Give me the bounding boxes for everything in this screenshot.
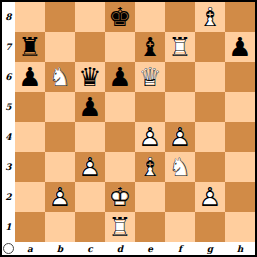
black-piece-glyph: ♟ — [105, 62, 135, 92]
white-piece-outline: ♖ — [105, 212, 135, 242]
chess-diagram-frame: 87654321 ♚♝♗♜♝♜♖♟♟♞♘♛♟♛♕♟♟♙♟♙♟♙♝♗♞♘♟♙♚♔♟… — [0, 0, 257, 257]
square-g2[interactable]: ♟♙ — [195, 182, 225, 212]
square-c8[interactable] — [75, 2, 105, 32]
square-a1[interactable] — [15, 212, 45, 242]
square-g5[interactable] — [195, 92, 225, 122]
rank-label-4: 4 — [2, 122, 15, 152]
black-piece-glyph: ♚ — [105, 2, 135, 32]
square-a2[interactable] — [15, 182, 45, 212]
square-f4[interactable]: ♟♙ — [165, 122, 195, 152]
white-rook-f7[interactable]: ♜♖ — [165, 32, 195, 62]
white-pawn-g2[interactable]: ♟♙ — [195, 182, 225, 212]
square-c6[interactable]: ♛ — [75, 62, 105, 92]
square-e4[interactable]: ♟♙ — [135, 122, 165, 152]
black-piece-glyph: ♜ — [15, 32, 45, 62]
square-d1[interactable]: ♜♖ — [105, 212, 135, 242]
black-piece-glyph: ♟ — [15, 62, 45, 92]
file-label-g: g — [195, 244, 225, 254]
square-c3[interactable]: ♟♙ — [75, 152, 105, 182]
black-pawn-h7[interactable]: ♟ — [225, 32, 255, 62]
square-a3[interactable] — [15, 152, 45, 182]
white-piece-outline: ♖ — [165, 32, 195, 62]
square-d7[interactable] — [105, 32, 135, 62]
square-a7[interactable]: ♜ — [15, 32, 45, 62]
square-d4[interactable] — [105, 122, 135, 152]
square-e3[interactable]: ♝♗ — [135, 152, 165, 182]
white-piece-outline: ♗ — [135, 152, 165, 182]
square-f3[interactable]: ♞♘ — [165, 152, 195, 182]
file-label-h: h — [225, 244, 255, 254]
black-piece-glyph: ♟ — [75, 92, 105, 122]
rank-label-3: 3 — [2, 152, 15, 182]
rank-label-6: 6 — [2, 62, 15, 92]
square-d8[interactable]: ♚ — [105, 2, 135, 32]
white-piece-outline: ♘ — [45, 62, 75, 92]
file-label-b: b — [45, 244, 75, 254]
square-g3[interactable] — [195, 152, 225, 182]
square-b6[interactable]: ♞♘ — [45, 62, 75, 92]
square-b1[interactable] — [45, 212, 75, 242]
black-pawn-a6[interactable]: ♟ — [15, 62, 45, 92]
rank-label-1: 1 — [2, 212, 15, 242]
square-g4[interactable] — [195, 122, 225, 152]
square-c4[interactable] — [75, 122, 105, 152]
square-f7[interactable]: ♜♖ — [165, 32, 195, 62]
black-piece-glyph: ♟ — [225, 32, 255, 62]
white-to-move-circle-icon — [3, 243, 14, 254]
white-piece-outline: ♔ — [105, 182, 135, 212]
square-c1[interactable] — [75, 212, 105, 242]
square-e6[interactable]: ♛♕ — [135, 62, 165, 92]
rank-label-8: 8 — [2, 2, 15, 32]
side-to-move-indicator — [2, 242, 15, 255]
square-g6[interactable] — [195, 62, 225, 92]
square-f6[interactable] — [165, 62, 195, 92]
square-b8[interactable] — [45, 2, 75, 32]
square-e8[interactable] — [135, 2, 165, 32]
white-king-d2[interactable]: ♚♔ — [105, 182, 135, 212]
white-bishop-e3[interactable]: ♝♗ — [135, 152, 165, 182]
square-c5[interactable]: ♟ — [75, 92, 105, 122]
square-a4[interactable] — [15, 122, 45, 152]
square-h1[interactable] — [225, 212, 255, 242]
chess-board: ♚♝♗♜♝♜♖♟♟♞♘♛♟♛♕♟♟♙♟♙♟♙♝♗♞♘♟♙♚♔♟♙♜♖ — [15, 2, 255, 242]
file-labels: abcdefgh — [15, 242, 255, 255]
square-h2[interactable] — [225, 182, 255, 212]
square-d2[interactable]: ♚♔ — [105, 182, 135, 212]
black-piece-glyph: ♝ — [135, 32, 165, 62]
square-e2[interactable] — [135, 182, 165, 212]
white-pawn-e4[interactable]: ♟♙ — [135, 122, 165, 152]
white-piece-outline: ♙ — [165, 122, 195, 152]
file-label-c: c — [75, 244, 105, 254]
white-pawn-f4[interactable]: ♟♙ — [165, 122, 195, 152]
white-bishop-g8[interactable]: ♝♗ — [195, 2, 225, 32]
square-h5[interactable] — [225, 92, 255, 122]
white-rook-d1[interactable]: ♜♖ — [105, 212, 135, 242]
rank-labels: 87654321 — [2, 2, 15, 242]
white-piece-outline: ♙ — [135, 122, 165, 152]
square-h4[interactable] — [225, 122, 255, 152]
black-pawn-c5[interactable]: ♟ — [75, 92, 105, 122]
file-label-a: a — [15, 244, 45, 254]
square-b7[interactable] — [45, 32, 75, 62]
square-e5[interactable] — [135, 92, 165, 122]
file-label-f: f — [165, 244, 195, 254]
square-h3[interactable] — [225, 152, 255, 182]
white-pawn-c3[interactable]: ♟♙ — [75, 152, 105, 182]
square-b2[interactable]: ♟♙ — [45, 182, 75, 212]
square-a6[interactable]: ♟ — [15, 62, 45, 92]
white-piece-outline: ♙ — [195, 182, 225, 212]
square-h8[interactable] — [225, 2, 255, 32]
square-c7[interactable] — [75, 32, 105, 62]
square-f5[interactable] — [165, 92, 195, 122]
black-queen-c6[interactable]: ♛ — [75, 62, 105, 92]
square-h6[interactable] — [225, 62, 255, 92]
white-piece-outline: ♙ — [45, 182, 75, 212]
white-piece-outline: ♕ — [135, 62, 165, 92]
white-piece-outline: ♘ — [165, 152, 195, 182]
white-piece-outline: ♗ — [195, 2, 225, 32]
square-b4[interactable] — [45, 122, 75, 152]
rank-label-2: 2 — [2, 182, 15, 212]
white-knight-f3[interactable]: ♞♘ — [165, 152, 195, 182]
square-g7[interactable] — [195, 32, 225, 62]
square-a8[interactable] — [15, 2, 45, 32]
square-f2[interactable] — [165, 182, 195, 212]
square-g8[interactable]: ♝♗ — [195, 2, 225, 32]
square-b5[interactable] — [45, 92, 75, 122]
rank-label-5: 5 — [2, 92, 15, 122]
square-e7[interactable]: ♝ — [135, 32, 165, 62]
square-b3[interactable] — [45, 152, 75, 182]
file-label-d: d — [105, 244, 135, 254]
square-d6[interactable]: ♟ — [105, 62, 135, 92]
square-c2[interactable] — [75, 182, 105, 212]
square-d5[interactable] — [105, 92, 135, 122]
square-g1[interactable] — [195, 212, 225, 242]
square-d3[interactable] — [105, 152, 135, 182]
square-a5[interactable] — [15, 92, 45, 122]
black-pawn-d6[interactable]: ♟ — [105, 62, 135, 92]
rank-label-7: 7 — [2, 32, 15, 62]
white-queen-e6[interactable]: ♛♕ — [135, 62, 165, 92]
black-piece-glyph: ♛ — [75, 62, 105, 92]
square-h7[interactable]: ♟ — [225, 32, 255, 62]
white-piece-outline: ♙ — [75, 152, 105, 182]
black-rook-a7[interactable]: ♜ — [15, 32, 45, 62]
black-bishop-e7[interactable]: ♝ — [135, 32, 165, 62]
square-f8[interactable] — [165, 2, 195, 32]
black-king-d8[interactable]: ♚ — [105, 2, 135, 32]
square-e1[interactable] — [135, 212, 165, 242]
white-pawn-b2[interactable]: ♟♙ — [45, 182, 75, 212]
white-knight-b6[interactable]: ♞♘ — [45, 62, 75, 92]
square-f1[interactable] — [165, 212, 195, 242]
file-label-e: e — [135, 244, 165, 254]
